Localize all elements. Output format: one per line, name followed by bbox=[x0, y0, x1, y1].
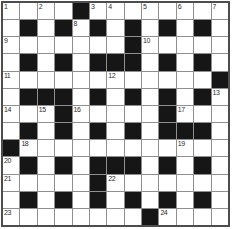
clue-number-5: 5 bbox=[143, 3, 146, 11]
clue-number-16: 16 bbox=[74, 106, 81, 114]
cell-r5c9[interactable] bbox=[142, 72, 158, 88]
clue-number-18: 18 bbox=[21, 140, 28, 148]
black-cell-r4c12 bbox=[194, 54, 210, 70]
cell-r6c5[interactable] bbox=[73, 89, 89, 105]
black-cell-r13c9 bbox=[142, 209, 158, 225]
cell-r1c8[interactable] bbox=[125, 3, 141, 19]
cell-r7c12[interactable] bbox=[194, 106, 210, 122]
clue-number-15: 15 bbox=[39, 106, 46, 114]
crossword-page: 123456789101112131415161718192021222324 bbox=[0, 0, 232, 229]
cell-r3c4[interactable] bbox=[55, 37, 71, 53]
clue-number-23: 23 bbox=[4, 209, 11, 217]
cell-r12c13[interactable] bbox=[212, 192, 228, 208]
cell-r11c3[interactable] bbox=[38, 175, 54, 191]
cell-r1c12[interactable] bbox=[194, 3, 210, 19]
clue-number-12: 12 bbox=[108, 72, 115, 80]
cell-r11c7[interactable]: 22 bbox=[107, 175, 123, 191]
black-cell-r6c12 bbox=[194, 89, 210, 105]
cell-r12c7[interactable] bbox=[107, 192, 123, 208]
cell-r9c7[interactable] bbox=[107, 140, 123, 156]
black-cell-r6c3 bbox=[38, 89, 54, 105]
black-cell-r10c4 bbox=[55, 157, 71, 173]
cell-r6c13[interactable]: 13 bbox=[212, 89, 228, 105]
cell-r7c13[interactable] bbox=[212, 106, 228, 122]
cell-r4c5[interactable] bbox=[73, 54, 89, 70]
cell-r7c5[interactable]: 16 bbox=[73, 106, 89, 122]
cell-r11c10[interactable] bbox=[159, 175, 175, 191]
cell-r5c6[interactable] bbox=[90, 72, 106, 88]
black-cell-r8c10 bbox=[159, 123, 175, 139]
cell-r8c1[interactable] bbox=[3, 123, 19, 139]
clue-number-9: 9 bbox=[4, 37, 7, 45]
black-cell-r8c8 bbox=[125, 123, 141, 139]
clue-number-19: 19 bbox=[178, 140, 185, 148]
cell-r11c4[interactable] bbox=[55, 175, 71, 191]
cell-r4c13[interactable] bbox=[212, 54, 228, 70]
cell-r9c11[interactable]: 19 bbox=[177, 140, 193, 156]
clue-number-17: 17 bbox=[178, 106, 185, 114]
cell-r10c3[interactable] bbox=[38, 157, 54, 173]
cell-r8c13[interactable] bbox=[212, 123, 228, 139]
black-cell-r10c12 bbox=[194, 157, 210, 173]
cell-r10c1[interactable]: 20 bbox=[3, 157, 19, 173]
cell-r3c1[interactable]: 9 bbox=[3, 37, 19, 53]
cell-r11c11[interactable] bbox=[177, 175, 193, 191]
clue-number-14: 14 bbox=[4, 106, 11, 114]
cell-r13c5[interactable] bbox=[73, 209, 89, 225]
cell-r2c13[interactable] bbox=[212, 20, 228, 36]
black-cell-r2c12 bbox=[194, 20, 210, 36]
cell-r12c11[interactable] bbox=[177, 192, 193, 208]
cell-r10c5[interactable] bbox=[73, 157, 89, 173]
cell-r5c3[interactable] bbox=[38, 72, 54, 88]
cell-r7c7[interactable] bbox=[107, 106, 123, 122]
black-cell-r4c6 bbox=[90, 54, 106, 70]
black-cell-r8c6 bbox=[90, 123, 106, 139]
cell-r7c11[interactable]: 17 bbox=[177, 106, 193, 122]
cell-r3c12[interactable] bbox=[194, 37, 210, 53]
cell-r13c7[interactable] bbox=[107, 209, 123, 225]
black-cell-r5c13 bbox=[212, 72, 228, 88]
cell-r4c3[interactable] bbox=[38, 54, 54, 70]
cell-r12c1[interactable] bbox=[3, 192, 19, 208]
cell-r7c9[interactable] bbox=[142, 106, 158, 122]
crossword-grid: 123456789101112131415161718192021222324 bbox=[1, 1, 230, 227]
clue-number-3: 3 bbox=[91, 3, 94, 11]
cell-r3c2[interactable] bbox=[20, 37, 36, 53]
black-cell-r10c10 bbox=[159, 157, 175, 173]
cell-r2c3[interactable] bbox=[38, 20, 54, 36]
cell-r3c13[interactable] bbox=[212, 37, 228, 53]
cell-r2c1[interactable] bbox=[3, 20, 19, 36]
black-cell-r12c12 bbox=[194, 192, 210, 208]
cell-r2c7[interactable] bbox=[107, 20, 123, 36]
clue-number-24: 24 bbox=[160, 209, 167, 217]
black-cell-r2c10 bbox=[159, 20, 175, 36]
clue-number-22: 22 bbox=[108, 175, 115, 183]
cell-r1c3[interactable]: 2 bbox=[38, 3, 54, 19]
black-cell-r4c4 bbox=[55, 54, 71, 70]
cell-r1c9[interactable]: 5 bbox=[142, 3, 158, 19]
cell-r13c11[interactable] bbox=[177, 209, 193, 225]
black-cell-r10c6 bbox=[90, 157, 106, 173]
cell-r13c4[interactable] bbox=[55, 209, 71, 225]
cell-r5c12[interactable] bbox=[194, 72, 210, 88]
cell-r2c5[interactable]: 8 bbox=[73, 20, 89, 36]
cell-r13c10[interactable]: 24 bbox=[159, 209, 175, 225]
black-cell-r6c8 bbox=[125, 89, 141, 105]
cell-r1c2[interactable] bbox=[20, 3, 36, 19]
cell-r13c1[interactable]: 23 bbox=[3, 209, 19, 225]
cell-r3c7[interactable] bbox=[107, 37, 123, 53]
black-cell-r6c2 bbox=[20, 89, 36, 105]
cell-r3c10[interactable] bbox=[159, 37, 175, 53]
black-cell-r4c2 bbox=[20, 54, 36, 70]
cell-r12c3[interactable] bbox=[38, 192, 54, 208]
cell-r6c1[interactable] bbox=[3, 89, 19, 105]
cell-r4c1[interactable] bbox=[3, 54, 19, 70]
cell-r10c11[interactable] bbox=[177, 157, 193, 173]
cell-r13c2[interactable] bbox=[20, 209, 36, 225]
cell-r6c11[interactable] bbox=[177, 89, 193, 105]
clue-number-11: 11 bbox=[4, 72, 10, 80]
cell-r11c1[interactable]: 21 bbox=[3, 175, 19, 191]
cell-r1c13[interactable]: 7 bbox=[212, 3, 228, 19]
cell-r8c5[interactable] bbox=[73, 123, 89, 139]
cell-r1c10[interactable] bbox=[159, 3, 175, 19]
cell-r5c5[interactable] bbox=[73, 72, 89, 88]
cell-r8c9[interactable] bbox=[142, 123, 158, 139]
black-cell-r8c11 bbox=[177, 123, 193, 139]
cell-r11c12[interactable] bbox=[194, 175, 210, 191]
cell-r5c1[interactable]: 11 bbox=[3, 72, 19, 88]
cell-r8c7[interactable] bbox=[107, 123, 123, 139]
clue-number-13: 13 bbox=[213, 89, 220, 97]
cell-r1c6[interactable]: 3 bbox=[90, 3, 106, 19]
black-cell-r8c4 bbox=[55, 123, 71, 139]
black-cell-r2c8 bbox=[125, 20, 141, 36]
black-cell-r12c10 bbox=[159, 192, 175, 208]
cell-r11c9[interactable] bbox=[142, 175, 158, 191]
black-cell-r6c6 bbox=[90, 89, 106, 105]
black-cell-r12c2 bbox=[20, 192, 36, 208]
black-cell-r7c4 bbox=[55, 106, 71, 122]
black-cell-r8c12 bbox=[194, 123, 210, 139]
black-cell-r2c4 bbox=[55, 20, 71, 36]
clue-number-1: 1 bbox=[4, 3, 7, 11]
clue-number-21: 21 bbox=[4, 175, 11, 183]
cell-r12c5[interactable] bbox=[73, 192, 89, 208]
cell-r6c9[interactable] bbox=[142, 89, 158, 105]
black-cell-r9c1 bbox=[3, 140, 19, 156]
cell-r4c11[interactable] bbox=[177, 54, 193, 70]
cell-r5c10[interactable] bbox=[159, 72, 175, 88]
cell-r10c9[interactable] bbox=[142, 157, 158, 173]
cell-r2c9[interactable] bbox=[142, 20, 158, 36]
cell-r9c13[interactable] bbox=[212, 140, 228, 156]
cell-r5c11[interactable] bbox=[177, 72, 193, 88]
clue-number-20: 20 bbox=[4, 157, 11, 165]
clue-number-7: 7 bbox=[213, 3, 216, 11]
clue-number-2: 2 bbox=[39, 3, 42, 11]
black-cell-r4c10 bbox=[159, 54, 175, 70]
cell-r5c2[interactable] bbox=[20, 72, 36, 88]
cell-r9c12[interactable] bbox=[194, 140, 210, 156]
cell-r9c4[interactable] bbox=[55, 140, 71, 156]
cell-r11c5[interactable] bbox=[73, 175, 89, 191]
cell-r2c11[interactable] bbox=[177, 20, 193, 36]
cell-r5c8[interactable] bbox=[125, 72, 141, 88]
cell-r3c5[interactable] bbox=[73, 37, 89, 53]
black-cell-r1c5 bbox=[73, 3, 89, 19]
cell-r11c13[interactable] bbox=[212, 175, 228, 191]
cell-r11c2[interactable] bbox=[20, 175, 36, 191]
cell-r7c3[interactable]: 15 bbox=[38, 106, 54, 122]
cell-r7c2[interactable] bbox=[20, 106, 36, 122]
clue-number-6: 6 bbox=[178, 3, 181, 11]
cell-r3c9[interactable]: 10 bbox=[142, 37, 158, 53]
cell-r12c9[interactable] bbox=[142, 192, 158, 208]
cell-r9c5[interactable] bbox=[73, 140, 89, 156]
cell-r5c4[interactable] bbox=[55, 72, 71, 88]
cell-r9c10[interactable] bbox=[159, 140, 175, 156]
black-cell-r2c6 bbox=[90, 20, 106, 36]
cell-r13c3[interactable] bbox=[38, 209, 54, 225]
cell-r8c3[interactable] bbox=[38, 123, 54, 139]
black-cell-r10c8 bbox=[125, 157, 141, 173]
black-cell-r12c8 bbox=[125, 192, 141, 208]
black-cell-r6c4 bbox=[55, 89, 71, 105]
cell-r9c8[interactable] bbox=[125, 140, 141, 156]
cell-r3c11[interactable] bbox=[177, 37, 193, 53]
cell-r13c12[interactable] bbox=[194, 209, 210, 225]
black-cell-r12c6 bbox=[90, 192, 106, 208]
cell-r5c7[interactable]: 12 bbox=[107, 72, 123, 88]
cell-r1c1[interactable]: 1 bbox=[3, 3, 19, 19]
cell-r1c4[interactable] bbox=[55, 3, 71, 19]
cell-r7c8[interactable] bbox=[125, 106, 141, 122]
cell-r9c3[interactable] bbox=[38, 140, 54, 156]
black-cell-r11c6 bbox=[90, 175, 106, 191]
cell-r3c3[interactable] bbox=[38, 37, 54, 53]
black-cell-r2c2 bbox=[20, 20, 36, 36]
cell-r9c2[interactable]: 18 bbox=[20, 140, 36, 156]
cell-r10c13[interactable] bbox=[212, 157, 228, 173]
cell-r11c8[interactable] bbox=[125, 175, 141, 191]
cell-r1c7[interactable]: 4 bbox=[107, 3, 123, 19]
cell-r3c6[interactable] bbox=[90, 37, 106, 53]
cell-r9c9[interactable] bbox=[142, 140, 158, 156]
black-cell-r4c8 bbox=[125, 54, 141, 70]
clue-number-4: 4 bbox=[108, 3, 111, 11]
cell-r6c7[interactable] bbox=[107, 89, 123, 105]
cell-r13c6[interactable] bbox=[90, 209, 106, 225]
clue-number-10: 10 bbox=[143, 37, 150, 45]
cell-r13c13[interactable] bbox=[212, 209, 228, 225]
cell-r7c1[interactable]: 14 bbox=[3, 106, 19, 122]
black-cell-r10c2 bbox=[20, 157, 36, 173]
clue-number-8: 8 bbox=[74, 20, 77, 28]
black-cell-r8c2 bbox=[20, 123, 36, 139]
cell-r4c9[interactable] bbox=[142, 54, 158, 70]
cell-r7c6[interactable] bbox=[90, 106, 106, 122]
black-cell-r6c10 bbox=[159, 89, 175, 105]
cell-r1c11[interactable]: 6 bbox=[177, 3, 193, 19]
black-cell-r7c10 bbox=[159, 106, 175, 122]
black-cell-r4c7 bbox=[107, 54, 123, 70]
cell-r9c6[interactable] bbox=[90, 140, 106, 156]
cell-r13c8[interactable] bbox=[125, 209, 141, 225]
black-cell-r12c4 bbox=[55, 192, 71, 208]
black-cell-r10c7 bbox=[107, 157, 123, 173]
black-cell-r3c8 bbox=[125, 37, 141, 53]
